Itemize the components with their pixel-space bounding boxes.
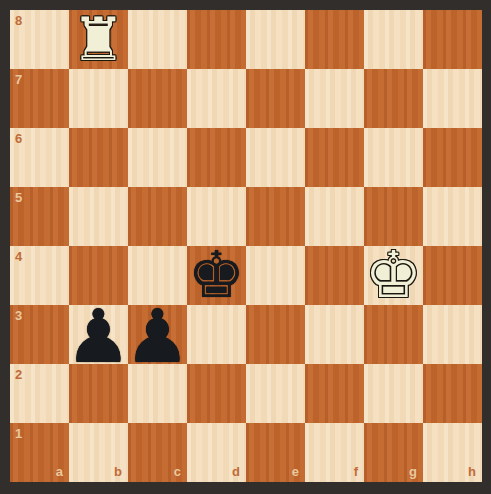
square-h4[interactable] [423,246,482,305]
square-h5[interactable] [423,187,482,246]
square-d8[interactable] [187,10,246,69]
square-a2[interactable]: 2 [10,364,69,423]
rank-label-1: 1 [15,427,22,440]
file-label-h: h [468,465,476,478]
square-e3[interactable] [246,305,305,364]
rank-label-3: 3 [15,309,22,322]
rank-label-6: 6 [15,132,22,145]
rank-label-8: 8 [15,14,22,27]
square-a8[interactable]: 8 [10,10,69,69]
square-f2[interactable] [305,364,364,423]
square-h6[interactable] [423,128,482,187]
square-h7[interactable] [423,69,482,128]
square-c8[interactable] [128,10,187,69]
square-c2[interactable] [128,364,187,423]
rank-label-5: 5 [15,191,22,204]
piece-white-rook-b8[interactable]: ♜ [72,10,126,69]
square-g7[interactable] [364,69,423,128]
square-c6[interactable] [128,128,187,187]
square-f4[interactable] [305,246,364,305]
square-d1[interactable]: d [187,423,246,482]
file-label-e: e [292,465,299,478]
square-h8[interactable] [423,10,482,69]
square-b8[interactable]: ♜ [69,10,128,69]
square-f5[interactable] [305,187,364,246]
file-label-a: a [56,465,63,478]
rank-label-7: 7 [15,73,22,86]
square-a7[interactable]: 7 [10,69,69,128]
square-f6[interactable] [305,128,364,187]
square-h3[interactable] [423,305,482,364]
square-e8[interactable] [246,10,305,69]
square-g1[interactable]: g [364,423,423,482]
square-b2[interactable] [69,364,128,423]
square-a5[interactable]: 5 [10,187,69,246]
square-b3[interactable]: ♟ [69,305,128,364]
file-label-f: f [354,465,358,478]
piece-black-pawn-c3[interactable]: ♟ [124,307,190,366]
square-f7[interactable] [305,69,364,128]
square-b5[interactable] [69,187,128,246]
square-a6[interactable]: 6 [10,128,69,187]
square-e2[interactable] [246,364,305,423]
square-e7[interactable] [246,69,305,128]
square-e1[interactable]: e [246,423,305,482]
rank-label-2: 2 [15,368,22,381]
square-a4[interactable]: 4 [10,246,69,305]
square-f3[interactable] [305,305,364,364]
square-a1[interactable]: 1a [10,423,69,482]
square-g4[interactable]: ♚ [364,246,423,305]
square-f1[interactable]: f [305,423,364,482]
square-e5[interactable] [246,187,305,246]
square-g3[interactable] [364,305,423,364]
square-e4[interactable] [246,246,305,305]
board-frame: 8♜7654♚♚3♟♟21abcdefgh [0,0,491,494]
square-b7[interactable] [69,69,128,128]
piece-black-king-d4[interactable]: ♚ [188,246,245,305]
file-label-g: g [409,465,417,478]
square-b6[interactable] [69,128,128,187]
square-f8[interactable] [305,10,364,69]
square-c3[interactable]: ♟ [128,305,187,364]
square-g2[interactable] [364,364,423,423]
rank-label-4: 4 [15,250,22,263]
square-d3[interactable] [187,305,246,364]
square-d7[interactable] [187,69,246,128]
square-a3[interactable]: 3 [10,305,69,364]
piece-black-pawn-b3[interactable]: ♟ [65,307,131,366]
chess-board: 8♜7654♚♚3♟♟21abcdefgh [10,10,482,482]
square-h2[interactable] [423,364,482,423]
file-label-b: b [114,465,122,478]
piece-white-king-g4[interactable]: ♚ [365,246,422,305]
file-label-c: c [174,465,181,478]
square-b1[interactable]: b [69,423,128,482]
file-label-d: d [232,465,240,478]
square-c5[interactable] [128,187,187,246]
square-g6[interactable] [364,128,423,187]
square-c7[interactable] [128,69,187,128]
square-d4[interactable]: ♚ [187,246,246,305]
square-c1[interactable]: c [128,423,187,482]
square-g8[interactable] [364,10,423,69]
square-d6[interactable] [187,128,246,187]
square-e6[interactable] [246,128,305,187]
square-h1[interactable]: h [423,423,482,482]
square-d2[interactable] [187,364,246,423]
